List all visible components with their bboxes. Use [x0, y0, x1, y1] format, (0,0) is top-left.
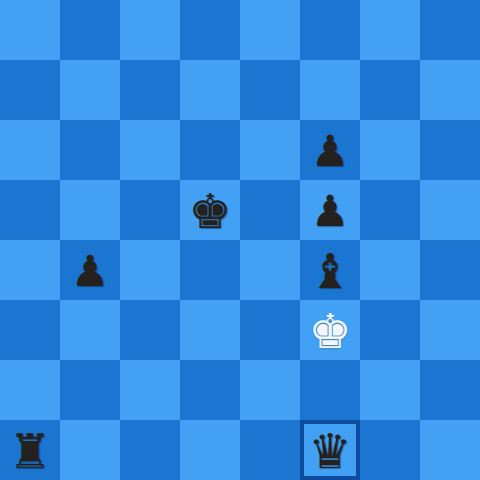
black-bishop[interactable]: ♝	[308, 241, 351, 301]
square-f4[interactable]: ♝	[300, 240, 360, 300]
square-b1[interactable]	[60, 420, 120, 480]
square-c3[interactable]	[120, 300, 180, 360]
square-b2[interactable]	[60, 360, 120, 420]
square-h4[interactable]	[420, 240, 480, 300]
square-e7[interactable]	[240, 60, 300, 120]
square-c6[interactable]	[120, 120, 180, 180]
square-a5[interactable]	[0, 180, 60, 240]
square-d8[interactable]	[180, 0, 240, 60]
square-e2[interactable]	[240, 360, 300, 420]
square-c5[interactable]	[120, 180, 180, 240]
square-a7[interactable]	[0, 60, 60, 120]
square-a6[interactable]	[0, 120, 60, 180]
square-h6[interactable]	[420, 120, 480, 180]
square-h1[interactable]	[420, 420, 480, 480]
square-e1[interactable]	[240, 420, 300, 480]
square-e4[interactable]	[240, 240, 300, 300]
square-d6[interactable]	[180, 120, 240, 180]
square-h7[interactable]	[420, 60, 480, 120]
square-h2[interactable]	[420, 360, 480, 420]
square-g3[interactable]	[360, 300, 420, 360]
black-king[interactable]: ♚	[188, 181, 231, 241]
square-c1[interactable]	[120, 420, 180, 480]
square-b6[interactable]	[60, 120, 120, 180]
square-e8[interactable]	[240, 0, 300, 60]
square-c2[interactable]	[120, 360, 180, 420]
black-rook[interactable]: ♜	[8, 421, 51, 480]
square-b3[interactable]	[60, 300, 120, 360]
square-f8[interactable]	[300, 0, 360, 60]
square-a8[interactable]	[0, 0, 60, 60]
square-c8[interactable]	[120, 0, 180, 60]
square-a1[interactable]: ♜	[0, 420, 60, 480]
square-a2[interactable]	[0, 360, 60, 420]
square-h3[interactable]	[420, 300, 480, 360]
square-e3[interactable]	[240, 300, 300, 360]
square-f7[interactable]	[300, 60, 360, 120]
square-c4[interactable]	[120, 240, 180, 300]
square-g4[interactable]	[360, 240, 420, 300]
square-f2[interactable]	[300, 360, 360, 420]
chess-board: ♟♚♟♟♝♚♜♛	[0, 0, 480, 480]
square-d4[interactable]	[180, 240, 240, 300]
square-c7[interactable]	[120, 60, 180, 120]
square-d1[interactable]	[180, 420, 240, 480]
square-d3[interactable]	[180, 300, 240, 360]
square-f6[interactable]: ♟	[300, 120, 360, 180]
square-f3[interactable]: ♚	[300, 300, 360, 360]
square-e6[interactable]	[240, 120, 300, 180]
square-f1[interactable]: ♛	[300, 420, 360, 480]
square-f5[interactable]: ♟	[300, 180, 360, 240]
square-b8[interactable]	[60, 0, 120, 60]
square-g5[interactable]	[360, 180, 420, 240]
square-h8[interactable]	[420, 0, 480, 60]
black-pawn[interactable]: ♟	[71, 241, 110, 301]
square-b5[interactable]	[60, 180, 120, 240]
square-d7[interactable]	[180, 60, 240, 120]
square-h5[interactable]	[420, 180, 480, 240]
square-d5[interactable]: ♚	[180, 180, 240, 240]
square-d2[interactable]	[180, 360, 240, 420]
square-g6[interactable]	[360, 120, 420, 180]
square-g2[interactable]	[360, 360, 420, 420]
square-e5[interactable]	[240, 180, 300, 240]
square-a4[interactable]	[0, 240, 60, 300]
black-pawn[interactable]: ♟	[311, 181, 350, 241]
square-g7[interactable]	[360, 60, 420, 120]
square-g1[interactable]	[360, 420, 420, 480]
square-b7[interactable]	[60, 60, 120, 120]
black-pawn[interactable]: ♟	[311, 121, 350, 181]
white-king[interactable]: ♚	[308, 301, 351, 361]
square-a3[interactable]	[0, 300, 60, 360]
square-b4[interactable]: ♟	[60, 240, 120, 300]
black-queen[interactable]: ♛	[308, 421, 351, 480]
square-g8[interactable]	[360, 0, 420, 60]
